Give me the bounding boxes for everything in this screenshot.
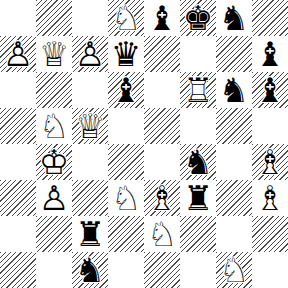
piece-white-rook: ♖	[180, 72, 216, 108]
square-g3[interactable]	[216, 180, 252, 216]
piece-black-knight: ♞	[216, 0, 252, 36]
square-b2[interactable]	[36, 216, 72, 252]
square-b6[interactable]	[36, 72, 72, 108]
square-f4[interactable]: ♞	[180, 144, 216, 180]
piece-white-king-fill: ♚	[36, 144, 72, 180]
square-d4[interactable]	[108, 144, 144, 180]
piece-white-bishop: ♗	[144, 180, 180, 216]
square-f5[interactable]	[180, 108, 216, 144]
piece-white-bishop: ♗	[252, 144, 288, 180]
piece-white-knight-fill: ♞	[36, 108, 72, 144]
square-f6[interactable]: ♜♖	[180, 72, 216, 108]
piece-white-pawn: ♙	[0, 36, 36, 72]
square-f7[interactable]	[180, 36, 216, 72]
square-h5[interactable]	[252, 108, 288, 144]
square-e4[interactable]	[144, 144, 180, 180]
square-e2[interactable]: ♞♘	[144, 216, 180, 252]
square-b7[interactable]: ♛♕	[36, 36, 72, 72]
square-e6[interactable]	[144, 72, 180, 108]
piece-white-knight-fill: ♞	[144, 216, 180, 252]
square-g2[interactable]	[216, 216, 252, 252]
chess-board-grid: ♞♘♝♚♞♟♙♛♕♟♙♛♝♝♜♖♞♝♞♘♛♕♚♔♞♝♗♟♙♞♘♝♗♜♝♗♜♞♘♞…	[0, 0, 288, 288]
square-c4[interactable]	[72, 144, 108, 180]
square-c7[interactable]: ♟♙	[72, 36, 108, 72]
piece-white-knight-fill: ♞	[108, 0, 144, 36]
square-g1[interactable]: ♞♘	[216, 252, 252, 288]
piece-black-knight: ♞	[180, 144, 216, 180]
square-c8[interactable]	[72, 0, 108, 36]
piece-white-knight-fill: ♞	[108, 180, 144, 216]
square-a3[interactable]	[0, 180, 36, 216]
square-b8[interactable]	[36, 0, 72, 36]
square-f3[interactable]: ♜	[180, 180, 216, 216]
piece-white-queen-fill: ♛	[36, 36, 72, 72]
square-a4[interactable]	[0, 144, 36, 180]
square-e7[interactable]	[144, 36, 180, 72]
piece-white-pawn-fill: ♟	[0, 36, 36, 72]
square-a6[interactable]	[0, 72, 36, 108]
square-h7[interactable]: ♝	[252, 36, 288, 72]
piece-white-pawn-fill: ♟	[72, 36, 108, 72]
piece-white-knight: ♘	[144, 216, 180, 252]
square-g5[interactable]	[216, 108, 252, 144]
piece-white-queen: ♕	[36, 36, 72, 72]
square-e8[interactable]: ♝	[144, 0, 180, 36]
square-h4[interactable]: ♝♗	[252, 144, 288, 180]
square-d3[interactable]: ♞♘	[108, 180, 144, 216]
piece-white-knight: ♘	[36, 108, 72, 144]
piece-white-knight: ♘	[216, 252, 252, 288]
square-e3[interactable]: ♝♗	[144, 180, 180, 216]
piece-white-knight: ♘	[108, 180, 144, 216]
piece-black-rook: ♜	[180, 180, 216, 216]
square-c2[interactable]: ♜	[72, 216, 108, 252]
piece-white-bishop: ♗	[252, 180, 288, 216]
square-b4[interactable]: ♚♔	[36, 144, 72, 180]
square-g6[interactable]: ♞	[216, 72, 252, 108]
square-a2[interactable]	[0, 216, 36, 252]
piece-black-bishop: ♝	[252, 36, 288, 72]
square-d6[interactable]: ♝	[108, 72, 144, 108]
piece-white-queen: ♕	[72, 108, 108, 144]
piece-black-bishop: ♝	[108, 72, 144, 108]
square-f2[interactable]	[180, 216, 216, 252]
square-e5[interactable]	[144, 108, 180, 144]
square-g7[interactable]	[216, 36, 252, 72]
square-d5[interactable]	[108, 108, 144, 144]
square-b3[interactable]: ♟♙	[36, 180, 72, 216]
square-d2[interactable]	[108, 216, 144, 252]
piece-black-rook: ♜	[72, 216, 108, 252]
square-c6[interactable]	[72, 72, 108, 108]
chess-board: ♞♘♝♚♞♟♙♛♕♟♙♛♝♝♜♖♞♝♞♘♛♕♚♔♞♝♗♟♙♞♘♝♗♜♝♗♜♞♘♞…	[0, 0, 288, 288]
piece-black-king: ♚	[180, 0, 216, 36]
piece-white-knight-fill: ♞	[216, 252, 252, 288]
square-c3[interactable]	[72, 180, 108, 216]
piece-white-rook-fill: ♜	[180, 72, 216, 108]
square-h3[interactable]: ♝♗	[252, 180, 288, 216]
square-a5[interactable]	[0, 108, 36, 144]
square-c5[interactable]: ♛♕	[72, 108, 108, 144]
piece-white-bishop-fill: ♝	[144, 180, 180, 216]
piece-white-bishop-fill: ♝	[252, 144, 288, 180]
square-h6[interactable]: ♝	[252, 72, 288, 108]
piece-black-knight: ♞	[72, 252, 108, 288]
piece-white-knight: ♘	[108, 0, 144, 36]
square-a7[interactable]: ♟♙	[0, 36, 36, 72]
square-h8[interactable]	[252, 0, 288, 36]
piece-white-pawn: ♙	[72, 36, 108, 72]
square-g8[interactable]: ♞	[216, 0, 252, 36]
square-a1[interactable]	[0, 252, 36, 288]
square-d8[interactable]: ♞♘	[108, 0, 144, 36]
piece-black-bishop: ♝	[144, 0, 180, 36]
square-d1[interactable]	[108, 252, 144, 288]
square-h1[interactable]	[252, 252, 288, 288]
square-f1[interactable]	[180, 252, 216, 288]
square-h2[interactable]	[252, 216, 288, 252]
square-a8[interactable]	[0, 0, 36, 36]
square-g4[interactable]	[216, 144, 252, 180]
piece-black-bishop: ♝	[252, 72, 288, 108]
square-d7[interactable]: ♛	[108, 36, 144, 72]
square-c1[interactable]: ♞	[72, 252, 108, 288]
piece-white-pawn: ♙	[36, 180, 72, 216]
square-b1[interactable]	[36, 252, 72, 288]
piece-black-knight: ♞	[216, 72, 252, 108]
square-b5[interactable]: ♞♘	[36, 108, 72, 144]
piece-white-pawn-fill: ♟	[36, 180, 72, 216]
square-f8[interactable]: ♚	[180, 0, 216, 36]
piece-white-king: ♔	[36, 144, 72, 180]
piece-white-queen-fill: ♛	[72, 108, 108, 144]
square-e1[interactable]	[144, 252, 180, 288]
piece-white-bishop-fill: ♝	[252, 180, 288, 216]
piece-black-queen: ♛	[108, 36, 144, 72]
